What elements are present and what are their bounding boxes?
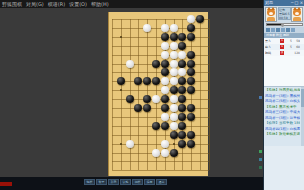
chat-message: 观战者二(5段): 白棋实地领先 — [265, 99, 300, 105]
menu-item[interactable]: 设置(O) — [69, 0, 87, 8]
menu-item[interactable]: 野狐围棋 — [2, 0, 22, 8]
bottom-button[interactable]: 数子 — [96, 179, 107, 185]
black-stone — [178, 131, 186, 139]
black-stone — [187, 60, 195, 68]
mini-icon[interactable] — [259, 150, 262, 153]
white-stone — [170, 77, 178, 85]
white-stone — [170, 122, 178, 130]
black-stone — [161, 122, 169, 130]
white-stone — [161, 113, 169, 121]
black-stone — [170, 131, 178, 139]
black-stone — [187, 140, 195, 148]
white-stone — [161, 149, 169, 157]
count-icon[interactable] — [271, 28, 275, 32]
player-name: 黑方 — [265, 39, 279, 43]
white-stone — [152, 149, 160, 157]
record-indicator — [0, 182, 12, 186]
grid-line-vertical — [112, 19, 113, 170]
winrate-track — [266, 23, 303, 26]
grid-line-vertical — [191, 19, 192, 170]
app-window: 野狐围棋对局(G)棋谱(R)设置(O)帮助(H) 悔棋数子形势认输和棋保存退出 … — [0, 0, 304, 190]
black-stone — [178, 77, 186, 85]
black-stone — [170, 149, 178, 157]
black-stone — [178, 60, 186, 68]
game-action-buttons: 悔棋数子形势认输和棋保存退出 — [84, 179, 167, 185]
white-stone — [152, 95, 160, 103]
chat-scrollbar[interactable] — [301, 87, 304, 146]
white-stone — [161, 140, 169, 148]
black-stone — [178, 113, 186, 121]
black-stone — [187, 131, 195, 139]
bottom-button[interactable]: 和棋 — [132, 179, 143, 185]
grid-line-horizontal — [112, 170, 209, 171]
white-stone — [161, 24, 169, 32]
bottom-button[interactable]: 认输 — [120, 179, 131, 185]
black-stone — [187, 68, 195, 76]
bottom-button[interactable]: 形势 — [108, 179, 119, 185]
bottom-toolbar: 悔棋数子形势认输和棋保存退出 — [0, 177, 263, 190]
white-stone — [178, 68, 186, 76]
black-stone — [170, 33, 178, 41]
white-stone — [143, 24, 151, 32]
white-stone — [178, 51, 186, 59]
title-menu-bar: 野狐围棋对局(G)棋谱(R)设置(O)帮助(H) — [0, 0, 263, 8]
winrate-knob[interactable] — [281, 23, 284, 27]
go-board[interactable] — [108, 12, 208, 176]
winrate-black-segment — [267, 24, 282, 25]
menu-item[interactable]: 对局(G) — [26, 0, 44, 8]
hoshi-point — [173, 143, 175, 145]
black-stone — [134, 104, 142, 112]
mini-icon[interactable] — [259, 166, 262, 169]
black-stone — [178, 42, 186, 50]
black-stone — [187, 51, 195, 59]
board-icon[interactable] — [266, 28, 270, 32]
chat-scrollbar-thumb[interactable] — [301, 89, 304, 107]
chat-input-area[interactable] — [264, 146, 304, 190]
black-stone — [178, 122, 186, 130]
white-stone — [126, 140, 134, 148]
black-stone — [126, 95, 134, 103]
stat-value: 5 — [285, 39, 292, 43]
grid-line-vertical — [209, 19, 210, 170]
white-stone — [170, 104, 178, 112]
rank-badge: 9 — [280, 45, 284, 49]
white-player-avatar[interactable] — [291, 7, 303, 22]
black-stone — [187, 86, 195, 94]
rank-badge: 旗 — [280, 51, 284, 55]
black-stone — [152, 60, 160, 68]
white-stone — [170, 51, 178, 59]
black-stone — [143, 95, 151, 103]
player-table: 黑方9559白方9560观战旗128 — [264, 38, 304, 56]
chart-icon[interactable] — [276, 28, 280, 32]
players-row: 让先黑贴6.500:59 — [264, 6, 304, 23]
grid-line-vertical — [121, 19, 122, 170]
fox-avatar-icon — [293, 9, 301, 21]
black-player-avatar[interactable] — [265, 7, 277, 22]
grid-line-vertical — [138, 19, 139, 170]
menu-item[interactable]: 帮助(H) — [91, 0, 109, 8]
black-stone — [161, 104, 169, 112]
white-stone — [161, 86, 169, 94]
player-name: 观战 — [265, 51, 279, 55]
chat-message: 【系统】对局开始,祝您下棋愉快! — [265, 88, 300, 94]
black-stone — [178, 86, 186, 94]
black-stone — [178, 104, 186, 112]
save-icon[interactable] — [281, 28, 285, 32]
stat-value: 128 — [293, 51, 300, 55]
hoshi-point — [120, 143, 122, 145]
black-stone — [178, 140, 186, 148]
black-stone — [152, 122, 160, 130]
black-stone — [178, 33, 186, 41]
black-stone — [117, 77, 125, 85]
bottom-button[interactable]: 保存 — [144, 179, 155, 185]
rank-badge: 9 — [280, 39, 284, 43]
bottom-button[interactable]: 退出 — [156, 179, 167, 185]
stat-value: 59 — [293, 39, 300, 43]
black-stone — [143, 77, 151, 85]
white-stone — [170, 113, 178, 121]
black-stone — [161, 95, 169, 103]
stat-value: 60 — [293, 45, 300, 49]
flag-icon[interactable] — [286, 28, 290, 32]
player-name: 白方 — [265, 45, 279, 49]
white-stone — [170, 68, 178, 76]
match-info-line: 00:59 — [279, 16, 290, 20]
match-info-box: 让先黑贴6.500:59 — [278, 7, 291, 20]
black-stone — [187, 24, 195, 32]
game-info-panel: 对局 ─ □ × 让先黑贴6.500:59 — [263, 0, 304, 190]
chat-message: 【系统】欢迎新棋友进入房间 — [265, 132, 300, 138]
white-stone — [161, 42, 169, 50]
black-stone — [161, 33, 169, 41]
black-stone — [178, 95, 186, 103]
stat-value: 5 — [285, 45, 292, 49]
black-stone — [143, 104, 151, 112]
chat-message: 【弈报】当前手数 186 — [265, 121, 300, 127]
black-stone — [161, 60, 169, 68]
chat-area[interactable]: 【系统】对局开始,祝您下棋愉快!观战者一(3段): 黑棋外势很厚观战者二(5段)… — [264, 86, 304, 146]
winrate-bar — [264, 23, 304, 27]
black-stone — [187, 113, 195, 121]
chat-message: 观战者三(2段): 中腹大战开始了 — [265, 110, 300, 116]
bottom-button[interactable]: 悔棋 — [84, 179, 95, 185]
white-stone — [170, 95, 178, 103]
black-stone — [187, 77, 195, 85]
gear-icon[interactable] — [291, 28, 295, 32]
black-stone — [161, 68, 169, 76]
white-stone — [170, 42, 178, 50]
black-stone — [170, 86, 178, 94]
grid-line-horizontal — [112, 161, 209, 162]
black-stone — [187, 33, 195, 41]
black-stone — [187, 104, 195, 112]
grid-line-vertical — [200, 19, 201, 170]
black-stone — [196, 15, 204, 23]
white-stone — [161, 77, 169, 85]
black-stone — [152, 77, 160, 85]
white-stone — [161, 51, 169, 59]
white-stone — [126, 60, 134, 68]
hoshi-point — [120, 36, 122, 38]
panel-spacer — [264, 56, 304, 86]
white-stone — [170, 60, 178, 68]
white-stone — [187, 15, 195, 23]
fox-avatar-icon — [267, 9, 275, 21]
mini-icon[interactable] — [259, 158, 262, 161]
menu-item[interactable]: 棋谱(R) — [48, 0, 65, 8]
white-stone — [170, 24, 178, 32]
black-stone — [134, 77, 142, 85]
mini-icon[interactable] — [259, 96, 262, 99]
